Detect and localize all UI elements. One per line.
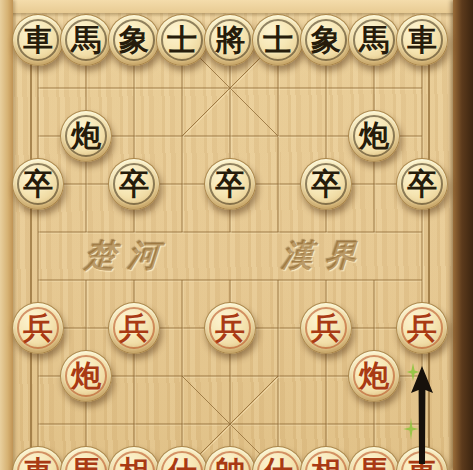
hint-arrow-icon (411, 366, 433, 464)
move-hint-arrow (0, 0, 473, 470)
xiangqi-board[interactable]: 楚河 漢界 車馬象士將士象馬車炮炮卒卒卒卒卒兵兵兵兵兵炮炮車馬相仕帥仕相馬車 (0, 0, 473, 470)
sparkle-icon (403, 418, 418, 440)
